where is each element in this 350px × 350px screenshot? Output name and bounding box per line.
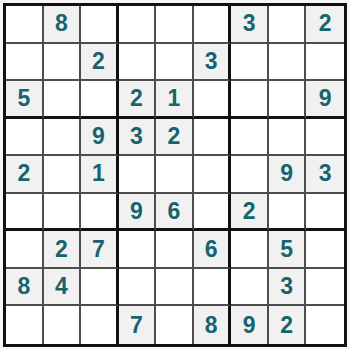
cell-r4c6[interactable] bbox=[194, 119, 232, 157]
cell-r6c8[interactable] bbox=[269, 194, 307, 232]
cell-r7c8[interactable]: 5 bbox=[269, 231, 307, 269]
cell-r9c4[interactable]: 7 bbox=[119, 306, 157, 344]
cell-r1c6[interactable] bbox=[194, 6, 232, 44]
cell-r5c4[interactable] bbox=[119, 156, 157, 194]
cell-r5c9[interactable]: 3 bbox=[306, 156, 344, 194]
cell-r7c3[interactable]: 7 bbox=[81, 231, 119, 269]
cell-r6c4[interactable]: 9 bbox=[119, 194, 157, 232]
cell-r8c1[interactable]: 8 bbox=[6, 269, 44, 307]
cell-r3c4[interactable]: 2 bbox=[119, 81, 157, 119]
cell-r6c9[interactable] bbox=[306, 194, 344, 232]
cell-r9c5[interactable] bbox=[156, 306, 194, 344]
cell-r3c6[interactable] bbox=[194, 81, 232, 119]
cell-r6c7[interactable]: 2 bbox=[231, 194, 269, 232]
cell-r8c2[interactable]: 4 bbox=[44, 269, 82, 307]
cell-r1c1[interactable] bbox=[6, 6, 44, 44]
cell-r8c6[interactable] bbox=[194, 269, 232, 307]
cell-r2c4[interactable] bbox=[119, 44, 157, 82]
sudoku-page: 832235219932219396227658437892 bbox=[0, 0, 350, 350]
cell-r1c2[interactable]: 8 bbox=[44, 6, 82, 44]
cell-r9c1[interactable] bbox=[6, 306, 44, 344]
cell-r7c7[interactable] bbox=[231, 231, 269, 269]
cell-r9c7[interactable]: 9 bbox=[231, 306, 269, 344]
cell-r9c3[interactable] bbox=[81, 306, 119, 344]
cell-r2c5[interactable] bbox=[156, 44, 194, 82]
cell-r1c9[interactable]: 2 bbox=[306, 6, 344, 44]
cell-r9c6[interactable]: 8 bbox=[194, 306, 232, 344]
cell-r8c8[interactable]: 3 bbox=[269, 269, 307, 307]
cell-r1c8[interactable] bbox=[269, 6, 307, 44]
cell-r1c7[interactable]: 3 bbox=[231, 6, 269, 44]
cell-r3c7[interactable] bbox=[231, 81, 269, 119]
cell-r4c1[interactable] bbox=[6, 119, 44, 157]
cell-r7c1[interactable] bbox=[6, 231, 44, 269]
cell-r7c4[interactable] bbox=[119, 231, 157, 269]
cell-r4c7[interactable] bbox=[231, 119, 269, 157]
cell-r2c3[interactable]: 2 bbox=[81, 44, 119, 82]
cell-r3c9[interactable]: 9 bbox=[306, 81, 344, 119]
cell-r3c5[interactable]: 1 bbox=[156, 81, 194, 119]
cell-r3c3[interactable] bbox=[81, 81, 119, 119]
cell-r5c8[interactable]: 9 bbox=[269, 156, 307, 194]
cell-r6c3[interactable] bbox=[81, 194, 119, 232]
cell-r9c8[interactable]: 2 bbox=[269, 306, 307, 344]
cell-r6c1[interactable] bbox=[6, 194, 44, 232]
cell-r6c2[interactable] bbox=[44, 194, 82, 232]
cell-r6c6[interactable] bbox=[194, 194, 232, 232]
cell-r5c1[interactable]: 2 bbox=[6, 156, 44, 194]
cell-r7c5[interactable] bbox=[156, 231, 194, 269]
cell-r4c5[interactable]: 2 bbox=[156, 119, 194, 157]
cell-r9c9[interactable] bbox=[306, 306, 344, 344]
cell-r1c5[interactable] bbox=[156, 6, 194, 44]
cell-r7c9[interactable] bbox=[306, 231, 344, 269]
cell-r8c3[interactable] bbox=[81, 269, 119, 307]
cell-r7c2[interactable]: 2 bbox=[44, 231, 82, 269]
cell-r8c5[interactable] bbox=[156, 269, 194, 307]
cell-r2c9[interactable] bbox=[306, 44, 344, 82]
cell-r5c2[interactable] bbox=[44, 156, 82, 194]
cell-r8c7[interactable] bbox=[231, 269, 269, 307]
cell-r2c2[interactable] bbox=[44, 44, 82, 82]
cell-r2c7[interactable] bbox=[231, 44, 269, 82]
cell-r8c9[interactable] bbox=[306, 269, 344, 307]
cell-r2c6[interactable]: 3 bbox=[194, 44, 232, 82]
cell-r4c4[interactable]: 3 bbox=[119, 119, 157, 157]
cell-r2c1[interactable] bbox=[6, 44, 44, 82]
cell-r3c1[interactable]: 5 bbox=[6, 81, 44, 119]
cell-r8c4[interactable] bbox=[119, 269, 157, 307]
cell-r2c8[interactable] bbox=[269, 44, 307, 82]
cell-r3c2[interactable] bbox=[44, 81, 82, 119]
cell-r7c6[interactable]: 6 bbox=[194, 231, 232, 269]
cell-r5c3[interactable]: 1 bbox=[81, 156, 119, 194]
cell-r1c3[interactable] bbox=[81, 6, 119, 44]
cell-r4c2[interactable] bbox=[44, 119, 82, 157]
cell-r5c5[interactable] bbox=[156, 156, 194, 194]
cell-r5c6[interactable] bbox=[194, 156, 232, 194]
cell-r4c3[interactable]: 9 bbox=[81, 119, 119, 157]
cell-r3c8[interactable] bbox=[269, 81, 307, 119]
cell-r5c7[interactable] bbox=[231, 156, 269, 194]
cell-r1c4[interactable] bbox=[119, 6, 157, 44]
cell-r4c8[interactable] bbox=[269, 119, 307, 157]
sudoku-board: 832235219932219396227658437892 bbox=[3, 3, 347, 347]
cell-r4c9[interactable] bbox=[306, 119, 344, 157]
cell-r6c5[interactable]: 6 bbox=[156, 194, 194, 232]
cell-r9c2[interactable] bbox=[44, 306, 82, 344]
